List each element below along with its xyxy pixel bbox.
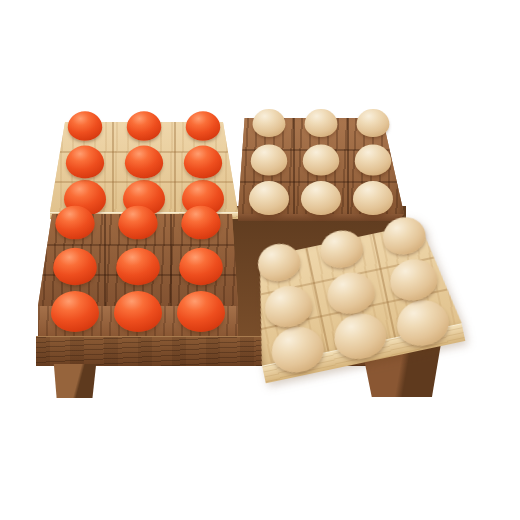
marble-cell [44, 200, 107, 245]
marble-cell [295, 104, 347, 142]
natural-marble [379, 213, 428, 258]
natural-marble [305, 109, 338, 137]
marble-cell [169, 289, 232, 334]
red-marble [114, 291, 162, 332]
marble-cell [295, 142, 347, 180]
marble-cell [243, 104, 295, 142]
marble-cell [295, 179, 347, 217]
marble-cell [173, 108, 232, 144]
marble-cell [243, 142, 295, 180]
red-marble [53, 248, 97, 286]
marble-cell [107, 200, 170, 245]
marble-cell [169, 245, 232, 290]
red-marble [179, 248, 223, 286]
marble-cell [169, 200, 232, 245]
red-marble [177, 291, 225, 332]
natural-marble [386, 255, 441, 305]
marble-cell [107, 245, 170, 290]
quadrant-top-right [238, 118, 404, 221]
marble-grid [56, 108, 233, 215]
marble-cell [107, 289, 170, 334]
natural-marble [261, 281, 316, 331]
natural-marble [303, 145, 339, 176]
natural-marble [251, 145, 287, 176]
marble-cell [44, 245, 107, 290]
base-leg-left [52, 364, 98, 398]
marble-grid [243, 104, 399, 217]
red-marble [116, 248, 160, 286]
marble-grid [44, 200, 232, 334]
marble-cell [56, 108, 115, 144]
marble-cell [347, 104, 399, 142]
marble-cell [243, 179, 295, 217]
red-marble [186, 111, 220, 141]
red-marble [68, 111, 102, 141]
natural-marble [323, 268, 378, 318]
red-marble [56, 205, 95, 239]
natural-marble [254, 240, 303, 285]
marble-cell [44, 289, 107, 334]
red-marble [125, 146, 163, 179]
red-marble [66, 146, 104, 179]
natural-marble [249, 181, 289, 215]
marble-cell [347, 179, 399, 217]
red-marble [184, 146, 222, 179]
natural-marble [301, 181, 341, 215]
marble-cell [115, 144, 174, 180]
pentago-board-photo [0, 0, 520, 520]
red-marble [181, 205, 220, 239]
natural-marble [253, 109, 286, 137]
red-marble [51, 291, 99, 332]
red-marble [118, 205, 157, 239]
natural-marble [317, 227, 366, 272]
marble-cell [347, 142, 399, 180]
marble-cell [56, 144, 115, 180]
red-marble [127, 111, 161, 141]
natural-marble [357, 109, 390, 137]
marble-cell [115, 108, 174, 144]
quadrant-bottom-left [38, 214, 238, 338]
marble-cell [173, 144, 232, 180]
natural-marble [355, 145, 391, 176]
natural-marble [353, 181, 393, 215]
